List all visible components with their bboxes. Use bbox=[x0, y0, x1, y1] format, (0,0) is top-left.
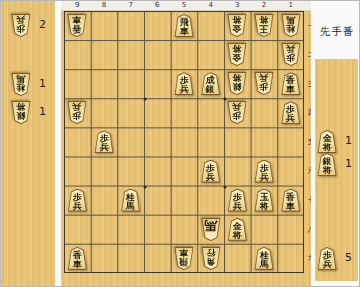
board-piece-gote-桂馬[interactable]: 桂馬 bbox=[281, 14, 301, 37]
hand-piece-sente-歩兵[interactable]: 歩兵 bbox=[317, 247, 337, 270]
hand-piece-gote-銀将[interactable]: 銀将 bbox=[11, 101, 31, 124]
board-piece-gote-歩兵[interactable]: 歩兵 bbox=[227, 101, 247, 124]
board-piece-sente-歩兵[interactable]: 歩兵 bbox=[67, 189, 87, 212]
board-piece-gote-馬[interactable]: 馬 bbox=[201, 218, 221, 241]
board-piece-sente-香車[interactable]: 香車 bbox=[281, 72, 301, 95]
board-piece-sente-歩兵[interactable]: 歩兵 bbox=[174, 72, 194, 95]
board-star-dot bbox=[144, 185, 147, 188]
board-piece-sente-玉将[interactable]: 玉将 bbox=[254, 189, 274, 212]
board-piece-gote-角行[interactable]: 角行 bbox=[201, 247, 221, 270]
gote-hand-count-桂馬: 1 bbox=[39, 77, 46, 90]
board-piece-sente-成銀[interactable]: 成銀 bbox=[201, 72, 221, 95]
file-label-4: 4 bbox=[204, 1, 218, 10]
board-piece-gote-飛車[interactable]: 飛車 bbox=[174, 247, 194, 270]
board-piece-sente-歩兵[interactable]: 歩兵 bbox=[281, 101, 301, 124]
file-label-7: 7 bbox=[124, 1, 138, 10]
board-piece-sente-歩兵[interactable]: 歩兵 bbox=[227, 189, 247, 212]
sente-hand-count-歩兵: 5 bbox=[345, 251, 352, 264]
board-piece-gote-銀将[interactable]: 銀将 bbox=[227, 72, 247, 95]
file-label-strip: 987654321 bbox=[61, 1, 311, 11]
file-label-6: 6 bbox=[150, 1, 164, 10]
gote-captured-tray: 歩兵2桂馬1銀将1 bbox=[1, 1, 55, 287]
hand-piece-sente-金将[interactable]: 金将 bbox=[317, 130, 337, 153]
gote-hand-count-銀将: 1 bbox=[39, 105, 46, 118]
file-label-5: 5 bbox=[177, 1, 191, 10]
board-piece-gote-金将[interactable]: 金将 bbox=[227, 43, 247, 66]
board-piece-gote-王将[interactable]: 王将 bbox=[254, 14, 274, 37]
board-piece-sente-歩兵[interactable]: 歩兵 bbox=[201, 160, 221, 183]
board-star-dot bbox=[224, 185, 227, 188]
file-label-3: 3 bbox=[230, 1, 244, 10]
board-piece-sente-飛車[interactable]: 飛車 bbox=[174, 14, 194, 37]
board-piece-gote-金将[interactable]: 金将 bbox=[227, 14, 247, 37]
board-area: 987654321 一二三四五六七八九香車飛車金将王将桂馬金将歩兵歩兵成銀銀将歩… bbox=[61, 1, 311, 287]
hand-piece-gote-桂馬[interactable]: 桂馬 bbox=[11, 73, 31, 96]
board-piece-sente-香車[interactable]: 香車 bbox=[281, 189, 301, 212]
hand-piece-gote-歩兵[interactable]: 歩兵 bbox=[11, 14, 31, 37]
sente-hand-count-銀将: 1 bbox=[345, 157, 352, 170]
sente-hand-count-金将: 1 bbox=[345, 134, 352, 147]
board-piece-sente-桂馬[interactable]: 桂馬 bbox=[254, 247, 274, 270]
board-piece-sente-桂馬[interactable]: 桂馬 bbox=[121, 189, 141, 212]
board-piece-gote-歩兵[interactable]: 歩兵 bbox=[281, 43, 301, 66]
gote-hand-count-歩兵: 2 bbox=[39, 18, 46, 31]
sente-captured-tray: 金将1銀将1歩兵5 bbox=[315, 59, 358, 281]
turn-indicator: 先手番 bbox=[315, 25, 359, 39]
board-piece-sente-歩兵[interactable]: 歩兵 bbox=[94, 130, 114, 153]
file-label-1: 1 bbox=[284, 1, 298, 10]
file-label-2: 2 bbox=[257, 1, 271, 10]
hand-piece-sente-銀将[interactable]: 銀将 bbox=[317, 153, 337, 176]
board-piece-sente-金将[interactable]: 金将 bbox=[227, 218, 247, 241]
board-piece-sente-歩兵[interactable]: 歩兵 bbox=[254, 160, 274, 183]
file-label-9: 9 bbox=[70, 1, 84, 10]
board-piece-gote-歩兵[interactable]: 歩兵 bbox=[254, 72, 274, 95]
board-piece-sente-香車[interactable]: 香車 bbox=[67, 247, 87, 270]
board-star-dot bbox=[144, 98, 147, 101]
shogi-app: 歩兵2桂馬1銀将1 987654321 一二三四五六七八九香車飛車金将王将桂馬金… bbox=[0, 0, 360, 287]
board-piece-gote-香車[interactable]: 香車 bbox=[67, 14, 87, 37]
board-piece-gote-歩兵[interactable]: 歩兵 bbox=[67, 101, 87, 124]
file-label-8: 8 bbox=[97, 1, 111, 10]
